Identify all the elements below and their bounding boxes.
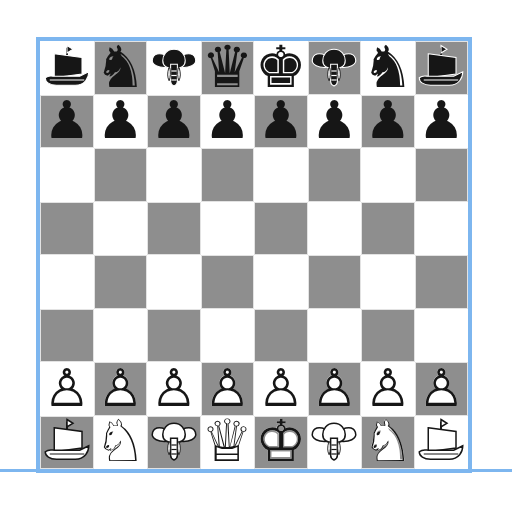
white-bishop-elephant-icon [150,418,198,466]
square-h5[interactable] [415,202,469,256]
piece-glyph: ♙ [40,361,94,415]
piece-glyph: ♙ [254,361,308,415]
black-pawn[interactable]: ♟ [308,95,362,149]
piece-glyph: ♟ [254,94,308,148]
piece-glyph: ♙ [94,361,148,415]
square-c7[interactable]: ♟ [147,95,201,149]
piece-glyph: ♙ [147,361,201,415]
black-bishop[interactable] [147,41,201,95]
white-rook[interactable] [415,416,469,470]
black-pawn[interactable]: ♟ [40,95,94,149]
black-knight[interactable]: ♞ [361,41,415,95]
white-bishop[interactable] [147,416,201,470]
piece-glyph: ♘ [361,415,415,469]
black-pawn[interactable]: ♟ [415,95,469,149]
square-a1[interactable] [40,416,94,470]
black-bishop[interactable] [308,41,362,95]
black-queen[interactable]: ♛ [201,41,255,95]
black-knight[interactable]: ♞ [94,41,148,95]
piece-glyph: ♚ [254,40,308,94]
square-a8[interactable] [40,41,94,95]
square-a2[interactable]: ♟♙ [40,362,94,416]
square-f5[interactable] [308,202,362,256]
piece-glyph: ♘ [94,415,148,469]
square-a4[interactable] [40,255,94,309]
square-g6[interactable] [361,148,415,202]
square-h4[interactable] [415,255,469,309]
black-pawn[interactable]: ♟ [94,95,148,149]
black-king[interactable]: ♚ [254,41,308,95]
square-f3[interactable] [308,309,362,363]
square-e7[interactable]: ♟ [254,95,308,149]
piece-glyph: ♕ [201,415,255,469]
white-rook[interactable] [40,416,94,470]
white-pawn[interactable]: ♟♙ [415,362,469,416]
square-f4[interactable] [308,255,362,309]
square-d6[interactable] [201,148,255,202]
square-h1[interactable] [415,416,469,470]
square-c2[interactable]: ♟♙ [147,362,201,416]
white-knight[interactable]: ♞♘ [361,416,415,470]
white-bishop[interactable] [308,416,362,470]
square-g5[interactable] [361,202,415,256]
square-c6[interactable] [147,148,201,202]
square-h6[interactable] [415,148,469,202]
black-bishop-elephant-icon [150,44,198,92]
square-f6[interactable] [308,148,362,202]
white-pawn[interactable]: ♟♙ [40,362,94,416]
square-b4[interactable] [94,255,148,309]
square-c1[interactable] [147,416,201,470]
square-f2[interactable]: ♟♙ [308,362,362,416]
square-b7[interactable]: ♟ [94,95,148,149]
square-g4[interactable] [361,255,415,309]
white-king[interactable]: ♚♔ [254,416,308,470]
square-g7[interactable]: ♟ [361,95,415,149]
piece-glyph: ♔ [254,415,308,469]
white-rook-boat-icon [417,418,465,466]
black-pawn[interactable]: ♟ [361,95,415,149]
square-b6[interactable] [94,148,148,202]
square-a6[interactable] [40,148,94,202]
square-d1[interactable]: ♛♕ [201,416,255,470]
square-f7[interactable]: ♟ [308,95,362,149]
square-d4[interactable] [201,255,255,309]
square-a7[interactable]: ♟ [40,95,94,149]
square-b1[interactable]: ♞♘ [94,416,148,470]
bottom-divider [0,469,512,472]
black-rook-boat-icon [43,44,91,92]
square-c5[interactable] [147,202,201,256]
square-e6[interactable] [254,148,308,202]
black-bishop-elephant-icon [310,44,358,92]
square-d3[interactable] [201,309,255,363]
square-g3[interactable] [361,309,415,363]
white-pawn[interactable]: ♟♙ [308,362,362,416]
black-rook[interactable] [415,41,469,95]
piece-glyph: ♟ [201,94,255,148]
white-bishop-elephant-icon [310,418,358,466]
white-pawn[interactable]: ♟♙ [147,362,201,416]
black-rook-boat-icon [417,44,465,92]
square-h2[interactable]: ♟♙ [415,362,469,416]
square-b8[interactable]: ♞ [94,41,148,95]
square-c4[interactable] [147,255,201,309]
white-knight[interactable]: ♞♘ [94,416,148,470]
square-c3[interactable] [147,309,201,363]
square-h8[interactable] [415,41,469,95]
square-f1[interactable] [308,416,362,470]
square-b3[interactable] [94,309,148,363]
square-d8[interactable]: ♛ [201,41,255,95]
piece-glyph: ♙ [308,361,362,415]
white-queen[interactable]: ♛♕ [201,416,255,470]
square-g8[interactable]: ♞ [361,41,415,95]
black-pawn[interactable]: ♟ [201,95,255,149]
piece-glyph: ♙ [201,361,255,415]
piece-glyph: ♟ [415,94,469,148]
piece-glyph: ♙ [361,361,415,415]
black-pawn[interactable]: ♟ [254,95,308,149]
chess-board: ♞♛♚♞♟♟♟♟♟♟♟♟♟♙♟♙♟♙♟♙♟♙♟♙♟♙♟♙♞♘♛♕♚♔♞♘ [36,37,472,473]
black-rook[interactable] [40,41,94,95]
square-a3[interactable] [40,309,94,363]
piece-glyph: ♟ [40,94,94,148]
piece-glyph: ♟ [147,94,201,148]
white-rook-boat-icon [43,418,91,466]
piece-glyph: ♞ [361,40,415,94]
black-pawn[interactable]: ♟ [147,95,201,149]
square-h7[interactable]: ♟ [415,95,469,149]
piece-glyph: ♟ [94,94,148,148]
piece-glyph: ♟ [361,94,415,148]
piece-glyph: ♟ [308,94,362,148]
square-a5[interactable] [40,202,94,256]
piece-glyph: ♞ [94,40,148,94]
square-e4[interactable] [254,255,308,309]
square-e1[interactable]: ♚♔ [254,416,308,470]
square-e5[interactable] [254,202,308,256]
square-g1[interactable]: ♞♘ [361,416,415,470]
square-f8[interactable] [308,41,362,95]
square-c8[interactable] [147,41,201,95]
square-d7[interactable]: ♟ [201,95,255,149]
square-b5[interactable] [94,202,148,256]
square-e8[interactable]: ♚ [254,41,308,95]
square-h3[interactable] [415,309,469,363]
piece-glyph: ♙ [415,361,469,415]
piece-glyph: ♛ [201,40,255,94]
square-e3[interactable] [254,309,308,363]
square-d5[interactable] [201,202,255,256]
